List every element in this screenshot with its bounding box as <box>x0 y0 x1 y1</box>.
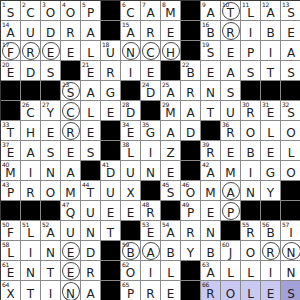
grid-cell-r13c4[interactable]: E <box>61 241 81 261</box>
grid-cell-r7c15[interactable]: O <box>281 121 300 141</box>
grid-cell-r7c14[interactable]: L <box>261 121 281 141</box>
grid-cell-r4c2[interactable]: D <box>21 61 41 81</box>
grid-cell-r1c7[interactable]: 6C <box>121 1 141 21</box>
grid-cell-r1c5[interactable]: 5P <box>81 1 101 21</box>
cell-letter: U <box>21 26 40 40</box>
grid-cell-r11c4[interactable]: 47Q <box>61 201 81 221</box>
grid-cell-r14c7[interactable]: 62O <box>121 261 141 281</box>
grid-cell-r1c11[interactable]: 9A <box>201 1 221 21</box>
cell-letter: L <box>81 46 100 60</box>
grid-cell-r3c4[interactable]: E <box>61 41 81 61</box>
grid-cell-r9c1[interactable]: 40M <box>1 161 21 181</box>
grid-cell-r11c5[interactable]: U <box>81 201 101 221</box>
grid-cell-r15c8[interactable]: R <box>141 281 161 300</box>
cell-letter: R <box>81 266 100 280</box>
cell-letter: U <box>61 226 80 240</box>
cell-letter: F <box>1 226 20 240</box>
grid-cell-r2c7[interactable]: 15A <box>121 21 141 41</box>
grid-cell-r14c11[interactable]: 63A <box>201 261 221 281</box>
grid-cell-r2c14[interactable]: B <box>261 21 281 41</box>
grid-cell-r15c1[interactable]: 64X <box>1 281 21 300</box>
cell-letter: L <box>221 266 240 280</box>
grid-cell-r15c7[interactable]: 65P <box>121 281 141 300</box>
cell-letter: C <box>21 6 40 20</box>
cell-letter: N <box>41 166 60 180</box>
grid-cell-r7c4[interactable]: R <box>61 121 81 141</box>
grid-cell-r3c14[interactable]: I <box>261 41 281 61</box>
grid-cell-r1c13[interactable]: 11L <box>241 1 261 21</box>
cell-letter: L <box>81 106 100 120</box>
cell-letter: R <box>61 126 80 140</box>
grid-cell-r4c5[interactable]: 21E <box>81 61 101 81</box>
grid-cell-r9c7[interactable]: U <box>121 161 141 181</box>
cell-letter: D <box>101 166 120 180</box>
cell-letter: L <box>241 287 260 300</box>
grid-cell-r15c11[interactable]: 66R <box>201 281 221 300</box>
cell-letter: B <box>241 146 260 160</box>
grid-cell-r13c13[interactable]: O <box>241 241 261 261</box>
grid-cell-r15c14[interactable]: E <box>261 281 281 300</box>
grid-cell-r4c8[interactable]: E <box>141 61 161 81</box>
grid-cell-r4c14[interactable]: T <box>261 61 281 81</box>
grid-cell-r11c8[interactable]: 48R <box>141 201 161 221</box>
grid-cell-r13c1[interactable]: 58L <box>1 241 21 261</box>
grid-cell-r2c9[interactable]: E <box>161 21 181 41</box>
grid-cell-r15c13[interactable]: L <box>241 281 261 300</box>
cell-letter: N <box>201 86 220 100</box>
cell-letter: T <box>201 106 220 120</box>
cell-letter: E <box>61 266 80 280</box>
grid-cell-r12c10[interactable]: R <box>181 221 201 241</box>
grid-cell-r1c9[interactable]: 8M <box>161 1 181 21</box>
cell-letter: D <box>181 126 200 140</box>
grid-cell-r3c6[interactable]: 18U <box>101 41 121 61</box>
cell-letter: R <box>21 46 40 60</box>
grid-cell-r7c10[interactable]: D <box>181 121 201 141</box>
grid-cell-r14c13[interactable]: L <box>241 261 261 281</box>
grid-cell-r6c9[interactable]: 29M <box>161 101 181 121</box>
block-cell-r5c3 <box>41 81 61 101</box>
block-cell-r5c2 <box>21 81 41 101</box>
grid-cell-r3c11[interactable]: 19S <box>201 41 221 61</box>
cell-letter: L <box>241 6 260 20</box>
cell-letter: A <box>81 287 100 300</box>
grid-cell-r9c13[interactable]: I <box>241 161 261 181</box>
cell-letter: S <box>281 66 300 80</box>
grid-cell-r6c10[interactable]: A <box>181 101 201 121</box>
block-cell-r11c9 <box>161 201 181 221</box>
grid-cell-r12c6[interactable]: T <box>101 221 121 241</box>
grid-cell-r14c15[interactable]: N <box>281 261 300 281</box>
grid-cell-r7c2[interactable]: H <box>21 121 41 141</box>
cell-letter: L <box>281 146 300 160</box>
cell-letter: T <box>261 66 280 80</box>
grid-cell-r5c9[interactable]: 25A <box>161 81 181 101</box>
block-cell-r8c10 <box>181 141 201 161</box>
cell-letter: I <box>141 146 160 160</box>
grid-cell-r14c14[interactable]: I <box>261 261 281 281</box>
grid-cell-r12c2[interactable]: 51L <box>21 221 41 241</box>
grid-cell-r3c9[interactable]: H <box>161 41 181 61</box>
grid-cell-r12c1[interactable]: 50F <box>1 221 21 241</box>
grid-cell-r5c6[interactable]: G <box>101 81 121 101</box>
grid-cell-r6c7[interactable]: 28D <box>121 101 141 121</box>
grid-cell-r12c8[interactable]: 53E <box>141 221 161 241</box>
grid-cell-r14c1[interactable]: 61E <box>1 261 21 281</box>
cell-letter: T <box>41 266 60 280</box>
grid-cell-r8c2[interactable]: A <box>21 141 41 161</box>
grid-cell-r2c5[interactable]: A <box>81 21 101 41</box>
grid-cell-r2c11[interactable]: 16B <box>201 21 221 41</box>
grid-cell-r5c11[interactable]: N <box>201 81 221 101</box>
grid-cell-r9c11[interactable]: 42A <box>201 161 221 181</box>
grid-cell-r4c12[interactable]: A <box>221 61 241 81</box>
grid-cell-r3c3[interactable]: E <box>41 41 61 61</box>
cell-letter: L <box>261 126 280 140</box>
grid-cell-r12c3[interactable]: 52A <box>41 221 61 241</box>
cell-letter: X <box>1 287 20 300</box>
grid-cell-r4c13[interactable]: S <box>241 61 261 81</box>
grid-cell-r10c13[interactable]: N <box>241 181 261 201</box>
cell-letter: R <box>201 287 220 300</box>
cell-letter: O <box>41 186 60 200</box>
cell-letter: E <box>221 46 240 60</box>
grid-cell-r7c1[interactable]: 33T <box>1 121 21 141</box>
grid-cell-r14c4[interactable]: E <box>61 261 81 281</box>
grid-cell-r5c8[interactable]: 24D <box>141 81 161 101</box>
cell-letter: M <box>161 6 180 20</box>
grid-cell-r10c1[interactable]: 43P <box>1 181 21 201</box>
cell-letter: G <box>261 166 280 180</box>
grid-cell-r8c15[interactable]: L <box>281 141 300 161</box>
cell-letter: A <box>61 166 80 180</box>
grid-cell-r7c9[interactable]: A <box>161 121 181 141</box>
cell-letter: O <box>281 166 300 180</box>
grid-cell-r13c3[interactable]: N <box>41 241 61 261</box>
grid-cell-r14c8[interactable]: I <box>141 261 161 281</box>
cell-letter: A <box>161 86 180 100</box>
grid-cell-r1c15[interactable]: 13S <box>281 1 300 21</box>
grid-cell-r10c14[interactable]: Y <box>261 181 281 201</box>
grid-cell-r6c4[interactable]: C <box>61 101 81 121</box>
grid-cell-r3c15[interactable]: A <box>281 41 300 61</box>
cell-letter: R <box>101 66 120 80</box>
cell-letter: A <box>221 186 240 200</box>
cell-letter: M <box>1 166 20 180</box>
grid-cell-r8c1[interactable]: 37E <box>1 141 21 161</box>
grid-cell-r3c12[interactable]: E <box>221 41 241 61</box>
grid-cell-r2c8[interactable]: R <box>141 21 161 41</box>
block-cell-r4c4 <box>61 61 81 81</box>
cell-letter: P <box>221 206 240 220</box>
grid-cell-r10c12[interactable]: A <box>221 181 241 201</box>
cell-letter: O <box>41 6 60 20</box>
grid-cell-r2c12[interactable]: R <box>221 21 241 41</box>
grid-cell-r10c6[interactable]: U <box>101 181 121 201</box>
grid-cell-r1c14[interactable]: 12A <box>261 1 281 21</box>
grid-cell-r6c3[interactable]: 27Y <box>41 101 61 121</box>
grid-cell-r15c9[interactable]: E <box>161 281 181 300</box>
grid-cell-r3c8[interactable]: C <box>141 41 161 61</box>
cell-letter: E <box>161 166 180 180</box>
cell-letter: T <box>81 186 100 200</box>
grid-cell-r14c5[interactable]: R <box>81 261 101 281</box>
grid-cell-r14c3[interactable]: T <box>41 261 61 281</box>
grid-cell-r15c4[interactable]: N <box>61 281 81 300</box>
cell-letter: S <box>281 106 300 120</box>
grid-cell-r12c4[interactable]: U <box>61 221 81 241</box>
cell-letter: T <box>101 226 120 240</box>
grid-cell-r15c2[interactable]: T <box>21 281 41 300</box>
grid-cell-r12c14[interactable]: 56B <box>261 221 281 241</box>
cell-letter: A <box>21 146 40 160</box>
cell-letter: Z <box>161 146 180 160</box>
grid-cell-r3c1[interactable]: 17F <box>1 41 21 61</box>
grid-cell-r13c11[interactable]: B <box>201 241 221 261</box>
cell-letter: R <box>221 26 240 40</box>
grid-cell-r12c11[interactable]: N <box>201 221 221 241</box>
grid-cell-r7c7[interactable]: 34E <box>121 121 141 141</box>
cell-letter: U <box>221 106 240 120</box>
grid-cell-r8c8[interactable]: I <box>141 141 161 161</box>
grid-cell-r6c12[interactable]: U <box>221 101 241 121</box>
grid-cell-r6c15[interactable]: 32S <box>281 101 300 121</box>
crossword-board: 1S2C3O4O5P6C7A8M9A10T11L12A13S14AUDRA15A… <box>0 0 300 300</box>
cell-letter: C <box>21 106 40 120</box>
block-cell-r6c1 <box>1 101 21 121</box>
grid-cell-r9c15[interactable]: O <box>281 161 300 181</box>
cell-letter: S <box>241 66 260 80</box>
cell-letter: P <box>121 287 140 300</box>
grid-cell-r7c12[interactable]: 36R <box>221 121 241 141</box>
cell-letter: A <box>161 226 180 240</box>
grid-cell-r14c2[interactable]: N <box>21 261 41 281</box>
grid-cell-r1c1[interactable]: 1S <box>1 1 21 21</box>
cell-letter: Y <box>41 106 60 120</box>
grid-cell-r7c5[interactable]: E <box>81 121 101 141</box>
grid-cell-r9c2[interactable]: I <box>21 161 41 181</box>
grid-cell-r11c11[interactable]: E <box>201 201 221 221</box>
grid-cell-r9c6[interactable]: 41D <box>101 161 121 181</box>
grid-cell-r11c12[interactable]: P <box>221 201 241 221</box>
grid-cell-r1c12[interactable]: 10T <box>221 1 241 21</box>
grid-cell-r14c9[interactable]: L <box>161 261 181 281</box>
block-cell-r12c12 <box>221 221 241 241</box>
block-cell-r11c15 <box>281 201 300 221</box>
grid-cell-r2c15[interactable]: E <box>281 21 300 41</box>
grid-cell-r13c10[interactable]: Y <box>181 241 201 261</box>
grid-cell-r10c11[interactable]: M <box>201 181 221 201</box>
grid-cell-r1c4[interactable]: 4O <box>61 1 81 21</box>
grid-cell-r13c8[interactable]: A <box>141 241 161 261</box>
grid-cell-r9c9[interactable]: E <box>161 161 181 181</box>
grid-cell-r13c5[interactable]: D <box>81 241 101 261</box>
cell-letter: E <box>201 206 220 220</box>
cell-letter: O <box>121 266 140 280</box>
grid-cell-r2c1[interactable]: 14A <box>1 21 21 41</box>
grid-cell-r4c15[interactable]: S <box>281 61 300 81</box>
grid-cell-r13c2[interactable]: I <box>21 241 41 261</box>
grid-cell-r7c8[interactable]: 35G <box>141 121 161 141</box>
cell-letter: O <box>221 287 240 300</box>
cell-letter: B <box>201 26 220 40</box>
cell-letter: I <box>241 166 260 180</box>
grid-cell-r4c6[interactable]: R <box>101 61 121 81</box>
cell-letter: O <box>61 6 80 20</box>
cell-letter: S <box>41 66 60 80</box>
cell-letter: O <box>181 186 200 200</box>
cell-letter: H <box>161 46 180 60</box>
grid-cell-r11c10[interactable]: 49P <box>181 201 201 221</box>
grid-cell-r6c14[interactable]: 31E <box>261 101 281 121</box>
cell-letter: U <box>121 166 140 180</box>
grid-cell-r11c7[interactable]: E <box>121 201 141 221</box>
grid-cell-r15c12[interactable]: O <box>221 281 241 300</box>
cell-letter: X <box>121 186 140 200</box>
grid-cell-r10c7[interactable]: X <box>121 181 141 201</box>
grid-cell-r6c2[interactable]: 26C <box>21 101 41 121</box>
block-cell-r5c15 <box>281 81 300 101</box>
cell-letter: N <box>281 246 300 260</box>
grid-cell-r9c3[interactable]: N <box>41 161 61 181</box>
cell-letter: N <box>281 266 300 280</box>
grid-cell-r2c2[interactable]: U <box>21 21 41 41</box>
grid-cell-r1c3[interactable]: 3O <box>41 1 61 21</box>
block-cell-r8c6 <box>101 141 121 161</box>
cell-letter: Y <box>181 246 200 260</box>
block-cell-r11c3 <box>41 201 61 221</box>
grid-cell-r4c11[interactable]: E <box>201 61 221 81</box>
cell-letter: I <box>281 226 300 240</box>
grid-cell-r12c9[interactable]: 54A <box>161 221 181 241</box>
grid-cell-r8c11[interactable]: 39R <box>201 141 221 161</box>
cell-letter: E <box>141 226 160 240</box>
cell-letter: T <box>21 287 40 300</box>
grid-cell-r8c7[interactable]: 38L <box>121 141 141 161</box>
grid-cell-r8c12[interactable]: E <box>221 141 241 161</box>
grid-cell-r15c15[interactable]: S <box>281 281 300 300</box>
cell-letter: S <box>201 46 220 60</box>
grid-cell-r7c13[interactable]: O <box>241 121 261 141</box>
grid-cell-r8c4[interactable]: E <box>61 141 81 161</box>
grid-cell-r13c12[interactable]: 60J <box>221 241 241 261</box>
cell-letter: E <box>1 266 20 280</box>
block-cell-r5c13 <box>241 81 261 101</box>
grid-cell-r1c8[interactable]: 7A <box>141 1 161 21</box>
grid-cell-r9c14[interactable]: G <box>261 161 281 181</box>
grid-cell-r13c9[interactable]: B <box>161 241 181 261</box>
grid-cell-r7c3[interactable]: E <box>41 121 61 141</box>
block-cell-r7c11 <box>201 121 221 141</box>
cell-letter: S <box>221 86 240 100</box>
grid-cell-r4c1[interactable]: 20E <box>1 61 21 81</box>
grid-cell-r10c2[interactable]: R <box>21 181 41 201</box>
grid-cell-r6c6[interactable]: E <box>101 101 121 121</box>
grid-cell-r5c5[interactable]: A <box>81 81 101 101</box>
grid-cell-r4c7[interactable]: I <box>121 61 141 81</box>
grid-cell-r3c7[interactable]: N <box>121 41 141 61</box>
grid-cell-r13c14[interactable]: R <box>261 241 281 261</box>
grid-cell-r11c6[interactable]: E <box>101 201 121 221</box>
grid-cell-r8c3[interactable]: S <box>41 141 61 161</box>
cell-letter: T <box>1 126 20 140</box>
cell-letter: B <box>261 226 280 240</box>
grid-cell-r8c5[interactable]: S <box>81 141 101 161</box>
cell-letter: A <box>41 226 60 240</box>
cell-letter: A <box>181 106 200 120</box>
grid-cell-r3c13[interactable]: P <box>241 41 261 61</box>
grid-cell-r12c15[interactable]: 57I <box>281 221 300 241</box>
grid-cell-r13c7[interactable]: 59B <box>121 241 141 261</box>
cell-letter: N <box>201 226 220 240</box>
grid-cell-r5c10[interactable]: R <box>181 81 201 101</box>
grid-cell-r12c5[interactable]: N <box>81 221 101 241</box>
grid-cell-r10c3[interactable]: O <box>41 181 61 201</box>
grid-cell-r4c10[interactable]: 22B <box>181 61 201 81</box>
cell-letter: Y <box>261 186 280 200</box>
grid-cell-r10c5[interactable]: 44T <box>81 181 101 201</box>
grid-cell-r2c4[interactable]: R <box>61 21 81 41</box>
cell-letter: E <box>41 46 60 60</box>
grid-cell-r2c13[interactable]: I <box>241 21 261 41</box>
cell-letter: M <box>161 106 180 120</box>
grid-cell-r5c4[interactable]: 23S <box>61 81 81 101</box>
grid-cell-r3c2[interactable]: R <box>21 41 41 61</box>
cell-letter: R <box>141 206 160 220</box>
grid-cell-r10c9[interactable]: 45S <box>161 181 181 201</box>
cell-letter: M <box>221 166 240 180</box>
grid-cell-r15c5[interactable]: A <box>81 281 101 300</box>
cell-letter: U <box>101 186 120 200</box>
grid-cell-r2c3[interactable]: D <box>41 21 61 41</box>
grid-cell-r8c13[interactable]: B <box>241 141 261 161</box>
cell-letter: T <box>221 6 240 20</box>
grid-cell-r9c12[interactable]: M <box>221 161 241 181</box>
cell-letter: A <box>221 66 240 80</box>
grid-cell-r13c15[interactable]: N <box>281 241 300 261</box>
grid-cell-r3c5[interactable]: L <box>81 41 101 61</box>
cell-letter: A <box>281 46 300 60</box>
grid-cell-r12c13[interactable]: 55R <box>241 221 261 241</box>
grid-cell-r8c14[interactable]: E <box>261 141 281 161</box>
cell-letter: D <box>121 106 140 120</box>
cell-letter: P <box>181 206 200 220</box>
grid-cell-r5c12[interactable]: S <box>221 81 241 101</box>
grid-cell-r8c9[interactable]: Z <box>161 141 181 161</box>
grid-cell-r9c8[interactable]: N <box>141 161 161 181</box>
grid-cell-r9c4[interactable]: A <box>61 161 81 181</box>
grid-cell-r10c10[interactable]: 46O <box>181 181 201 201</box>
cell-letter: A <box>81 26 100 40</box>
grid-cell-r1c2[interactable]: 2C <box>21 1 41 21</box>
cell-letter: E <box>261 146 280 160</box>
cell-letter: C <box>141 46 160 60</box>
cell-letter: U <box>101 46 120 60</box>
grid-cell-r10c4[interactable]: M <box>61 181 81 201</box>
grid-cell-r6c13[interactable]: 30R <box>241 101 261 121</box>
grid-cell-r6c11[interactable]: T <box>201 101 221 121</box>
grid-cell-r6c5[interactable]: L <box>81 101 101 121</box>
cell-letter: B <box>161 246 180 260</box>
grid-cell-r15c3[interactable]: I <box>41 281 61 300</box>
block-cell-r1c10 <box>181 1 201 21</box>
grid-cell-r4c3[interactable]: S <box>41 61 61 81</box>
block-cell-r13c6 <box>101 241 121 261</box>
cell-letter: I <box>21 246 40 260</box>
cell-letter: A <box>1 26 20 40</box>
grid-cell-r14c12[interactable]: L <box>221 261 241 281</box>
cell-letter: I <box>241 26 260 40</box>
